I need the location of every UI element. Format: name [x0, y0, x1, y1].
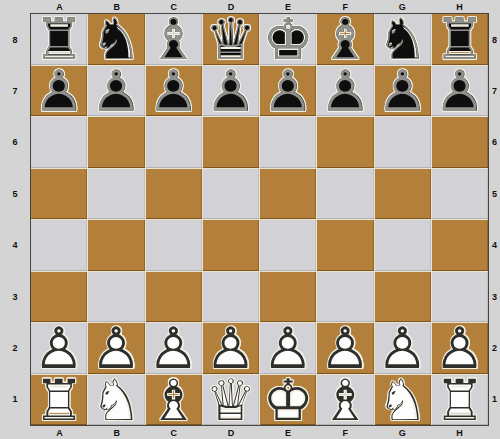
- square-d5[interactable]: [203, 169, 259, 220]
- piece-glyph-fill: ♞: [88, 375, 144, 426]
- piece-glyph-fill: ♞: [375, 14, 431, 65]
- square-b1[interactable]: ♞♘: [88, 375, 144, 426]
- square-g8[interactable]: ♞♘: [375, 14, 431, 65]
- square-f6[interactable]: [317, 117, 373, 168]
- black-queen[interactable]: ♛♕: [203, 14, 259, 65]
- black-pawn[interactable]: ♟♙: [146, 66, 202, 117]
- piece-glyph-outline: ♙: [432, 323, 488, 374]
- piece-glyph-outline: ♙: [375, 66, 431, 117]
- piece-glyph-fill: ♜: [432, 14, 488, 65]
- white-bishop[interactable]: ♝♗: [146, 375, 202, 426]
- coordinate-label: 3: [0, 271, 30, 322]
- coordinate-label: B: [88, 426, 145, 439]
- rank-labels-left: 87654321: [0, 14, 30, 425]
- square-f3[interactable]: [317, 272, 373, 323]
- square-h7[interactable]: ♟♙: [432, 66, 488, 117]
- piece-glyph-outline: ♙: [31, 323, 87, 374]
- piece-glyph-outline: ♙: [203, 323, 259, 374]
- square-c1[interactable]: ♝♗: [146, 375, 202, 426]
- piece-glyph-fill: ♟: [260, 323, 316, 374]
- coordinate-label: F: [317, 426, 374, 439]
- piece-glyph-fill: ♟: [432, 66, 488, 117]
- coordinate-label: 5: [0, 168, 30, 219]
- black-bishop[interactable]: ♝♗: [146, 14, 202, 65]
- file-labels-bottom: ABCDEFGH: [31, 426, 488, 439]
- square-f1[interactable]: ♝♗: [317, 375, 373, 426]
- piece-glyph-fill: ♝: [146, 375, 202, 426]
- black-pawn[interactable]: ♟♙: [432, 66, 488, 117]
- piece-glyph-fill: ♟: [317, 66, 373, 117]
- coordinate-label: 2: [489, 322, 500, 373]
- square-e5[interactable]: [260, 169, 316, 220]
- piece-glyph-outline: ♖: [432, 375, 488, 426]
- piece-glyph-fill: ♝: [317, 14, 373, 65]
- rank-labels-right: 87654321: [489, 14, 500, 425]
- piece-glyph-fill: ♝: [317, 375, 373, 426]
- coordinate-label: 1: [0, 374, 30, 425]
- white-pawn[interactable]: ♟♙: [432, 323, 488, 374]
- black-pawn[interactable]: ♟♙: [317, 66, 373, 117]
- piece-glyph-fill: ♛: [203, 14, 259, 65]
- piece-glyph-outline: ♔: [260, 375, 316, 426]
- piece-glyph-outline: ♙: [146, 323, 202, 374]
- piece-glyph-fill: ♟: [375, 323, 431, 374]
- square-c2[interactable]: ♟♙: [146, 323, 202, 374]
- square-g6[interactable]: [375, 117, 431, 168]
- square-g5[interactable]: [375, 169, 431, 220]
- piece-glyph-fill: ♟: [146, 323, 202, 374]
- coordinate-label: 1: [489, 374, 500, 425]
- coordinate-label: 4: [489, 220, 500, 271]
- piece-glyph-fill: ♟: [203, 323, 259, 374]
- piece-glyph-outline: ♗: [146, 14, 202, 65]
- coordinate-label: E: [260, 426, 317, 439]
- square-c8[interactable]: ♝♗: [146, 14, 202, 65]
- piece-glyph-outline: ♙: [260, 66, 316, 117]
- coordinate-label: 6: [0, 117, 30, 168]
- square-a4[interactable]: [31, 220, 87, 271]
- chess-app-window: ABCDEFGH 87654321 87654321 ABCDEFGH ♜♖♞♘…: [0, 0, 500, 439]
- square-h2[interactable]: ♟♙: [432, 323, 488, 374]
- piece-glyph-outline: ♖: [31, 375, 87, 426]
- white-rook[interactable]: ♜♖: [31, 375, 87, 426]
- coordinate-label: 7: [489, 65, 500, 116]
- piece-glyph-fill: ♟: [375, 66, 431, 117]
- piece-glyph-outline: ♘: [375, 14, 431, 65]
- square-h4[interactable]: [432, 220, 488, 271]
- white-king[interactable]: ♚♔: [260, 375, 316, 426]
- piece-glyph-fill: ♜: [31, 375, 87, 426]
- file-labels-top: ABCDEFGH: [31, 0, 488, 13]
- square-g1[interactable]: ♞♘: [375, 375, 431, 426]
- square-e7[interactable]: ♟♙: [260, 66, 316, 117]
- piece-glyph-fill: ♜: [31, 14, 87, 65]
- square-e2[interactable]: ♟♙: [260, 323, 316, 374]
- coordinate-label: A: [31, 0, 88, 13]
- piece-glyph-outline: ♘: [88, 375, 144, 426]
- square-f4[interactable]: [317, 220, 373, 271]
- black-bishop[interactable]: ♝♗: [317, 14, 373, 65]
- coordinate-label: D: [202, 426, 259, 439]
- piece-glyph-fill: ♝: [146, 14, 202, 65]
- piece-glyph-outline: ♗: [317, 375, 373, 426]
- square-c3[interactable]: [146, 272, 202, 323]
- square-a7[interactable]: ♟♙: [31, 66, 87, 117]
- white-bishop[interactable]: ♝♗: [317, 375, 373, 426]
- square-e3[interactable]: [260, 272, 316, 323]
- coordinate-label: A: [31, 426, 88, 439]
- square-d7[interactable]: ♟♙: [203, 66, 259, 117]
- piece-glyph-outline: ♙: [260, 323, 316, 374]
- square-c6[interactable]: [146, 117, 202, 168]
- coordinate-label: G: [374, 0, 431, 13]
- square-f5[interactable]: [317, 169, 373, 220]
- piece-glyph-fill: ♟: [31, 66, 87, 117]
- piece-glyph-fill: ♟: [260, 66, 316, 117]
- coordinate-label: 6: [489, 117, 500, 168]
- square-h6[interactable]: [432, 117, 488, 168]
- square-a8[interactable]: ♜♖: [31, 14, 87, 65]
- black-king[interactable]: ♚♔: [260, 14, 316, 65]
- piece-glyph-fill: ♟: [203, 66, 259, 117]
- piece-glyph-outline: ♘: [88, 14, 144, 65]
- piece-glyph-outline: ♕: [203, 375, 259, 426]
- piece-glyph-outline: ♘: [375, 375, 431, 426]
- square-a5[interactable]: [31, 169, 87, 220]
- black-rook[interactable]: ♜♖: [31, 14, 87, 65]
- square-d1[interactable]: ♛♕: [203, 375, 259, 426]
- piece-glyph-outline: ♙: [88, 66, 144, 117]
- coordinate-label: 4: [0, 220, 30, 271]
- white-pawn[interactable]: ♟♙: [31, 323, 87, 374]
- square-b2[interactable]: ♟♙: [88, 323, 144, 374]
- piece-glyph-outline: ♙: [146, 66, 202, 117]
- piece-glyph-fill: ♚: [260, 375, 316, 426]
- piece-glyph-fill: ♟: [432, 323, 488, 374]
- white-knight[interactable]: ♞♘: [88, 375, 144, 426]
- square-h8[interactable]: ♜♖: [432, 14, 488, 65]
- piece-glyph-outline: ♙: [31, 66, 87, 117]
- white-pawn[interactable]: ♟♙: [88, 323, 144, 374]
- piece-glyph-fill: ♟: [31, 323, 87, 374]
- black-pawn[interactable]: ♟♙: [203, 66, 259, 117]
- square-f2[interactable]: ♟♙: [317, 323, 373, 374]
- square-a1[interactable]: ♜♖: [31, 375, 87, 426]
- white-pawn[interactable]: ♟♙: [146, 323, 202, 374]
- piece-glyph-fill: ♟: [88, 66, 144, 117]
- piece-glyph-fill: ♟: [88, 323, 144, 374]
- square-f7[interactable]: ♟♙: [317, 66, 373, 117]
- square-e1[interactable]: ♚♔: [260, 375, 316, 426]
- coordinate-label: E: [260, 0, 317, 13]
- coordinate-label: 7: [0, 65, 30, 116]
- piece-glyph-outline: ♗: [317, 14, 373, 65]
- square-e4[interactable]: [260, 220, 316, 271]
- square-c5[interactable]: [146, 169, 202, 220]
- black-knight[interactable]: ♞♘: [88, 14, 144, 65]
- black-knight[interactable]: ♞♘: [375, 14, 431, 65]
- coordinate-label: 3: [489, 271, 500, 322]
- coordinate-label: 5: [489, 168, 500, 219]
- white-pawn[interactable]: ♟♙: [203, 323, 259, 374]
- square-g3[interactable]: [375, 272, 431, 323]
- black-pawn[interactable]: ♟♙: [88, 66, 144, 117]
- piece-glyph-fill: ♜: [432, 375, 488, 426]
- chessboard-frame: ♜♖♞♘♝♗♛♕♚♔♝♗♞♘♜♖♟♙♟♙♟♙♟♙♟♙♟♙♟♙♟♙♟♙♟♙♟♙♟♙…: [30, 13, 489, 426]
- square-b4[interactable]: [88, 220, 144, 271]
- coordinate-label: G: [374, 426, 431, 439]
- piece-glyph-outline: ♙: [203, 66, 259, 117]
- square-h1[interactable]: ♜♖: [432, 375, 488, 426]
- piece-glyph-outline: ♕: [203, 14, 259, 65]
- piece-glyph-fill: ♞: [375, 375, 431, 426]
- square-c4[interactable]: [146, 220, 202, 271]
- square-d6[interactable]: [203, 117, 259, 168]
- white-rook[interactable]: ♜♖: [432, 375, 488, 426]
- piece-glyph-outline: ♙: [88, 323, 144, 374]
- square-d3[interactable]: [203, 272, 259, 323]
- white-pawn[interactable]: ♟♙: [260, 323, 316, 374]
- coordinate-label: B: [88, 0, 145, 13]
- piece-glyph-outline: ♙: [375, 323, 431, 374]
- square-b8[interactable]: ♞♘: [88, 14, 144, 65]
- piece-glyph-fill: ♚: [260, 14, 316, 65]
- piece-glyph-outline: ♖: [31, 14, 87, 65]
- piece-glyph-fill: ♛: [203, 375, 259, 426]
- coordinate-label: F: [317, 0, 374, 13]
- square-b7[interactable]: ♟♙: [88, 66, 144, 117]
- piece-glyph-outline: ♙: [317, 323, 373, 374]
- square-e6[interactable]: [260, 117, 316, 168]
- coordinate-label: 8: [0, 14, 30, 65]
- square-a3[interactable]: [31, 272, 87, 323]
- white-pawn[interactable]: ♟♙: [375, 323, 431, 374]
- square-b6[interactable]: [88, 117, 144, 168]
- square-f8[interactable]: ♝♗: [317, 14, 373, 65]
- piece-glyph-outline: ♗: [146, 375, 202, 426]
- coordinate-label: C: [145, 0, 202, 13]
- piece-glyph-outline: ♙: [317, 66, 373, 117]
- white-pawn[interactable]: ♟♙: [317, 323, 373, 374]
- black-pawn[interactable]: ♟♙: [375, 66, 431, 117]
- square-d4[interactable]: [203, 220, 259, 271]
- piece-glyph-outline: ♔: [260, 14, 316, 65]
- square-g7[interactable]: ♟♙: [375, 66, 431, 117]
- coordinate-label: 2: [0, 322, 30, 373]
- coordinate-label: D: [202, 0, 259, 13]
- square-d8[interactable]: ♛♕: [203, 14, 259, 65]
- white-queen[interactable]: ♛♕: [203, 375, 259, 426]
- square-a6[interactable]: [31, 117, 87, 168]
- square-a2[interactable]: ♟♙: [31, 323, 87, 374]
- square-g4[interactable]: [375, 220, 431, 271]
- square-c7[interactable]: ♟♙: [146, 66, 202, 117]
- square-h5[interactable]: [432, 169, 488, 220]
- piece-glyph-fill: ♞: [88, 14, 144, 65]
- square-g2[interactable]: ♟♙: [375, 323, 431, 374]
- square-h3[interactable]: [432, 272, 488, 323]
- square-d2[interactable]: ♟♙: [203, 323, 259, 374]
- square-b3[interactable]: [88, 272, 144, 323]
- black-pawn[interactable]: ♟♙: [260, 66, 316, 117]
- coordinate-label: H: [431, 426, 488, 439]
- chessboard: ♜♖♞♘♝♗♛♕♚♔♝♗♞♘♜♖♟♙♟♙♟♙♟♙♟♙♟♙♟♙♟♙♟♙♟♙♟♙♟♙…: [31, 14, 488, 425]
- square-e8[interactable]: ♚♔: [260, 14, 316, 65]
- piece-glyph-outline: ♙: [432, 66, 488, 117]
- piece-glyph-fill: ♟: [317, 323, 373, 374]
- white-knight[interactable]: ♞♘: [375, 375, 431, 426]
- piece-glyph-outline: ♖: [432, 14, 488, 65]
- black-pawn[interactable]: ♟♙: [31, 66, 87, 117]
- black-rook[interactable]: ♜♖: [432, 14, 488, 65]
- square-b5[interactable]: [88, 169, 144, 220]
- coordinate-label: C: [145, 426, 202, 439]
- coordinate-label: 8: [489, 14, 500, 65]
- piece-glyph-fill: ♟: [146, 66, 202, 117]
- coordinate-label: H: [431, 0, 488, 13]
